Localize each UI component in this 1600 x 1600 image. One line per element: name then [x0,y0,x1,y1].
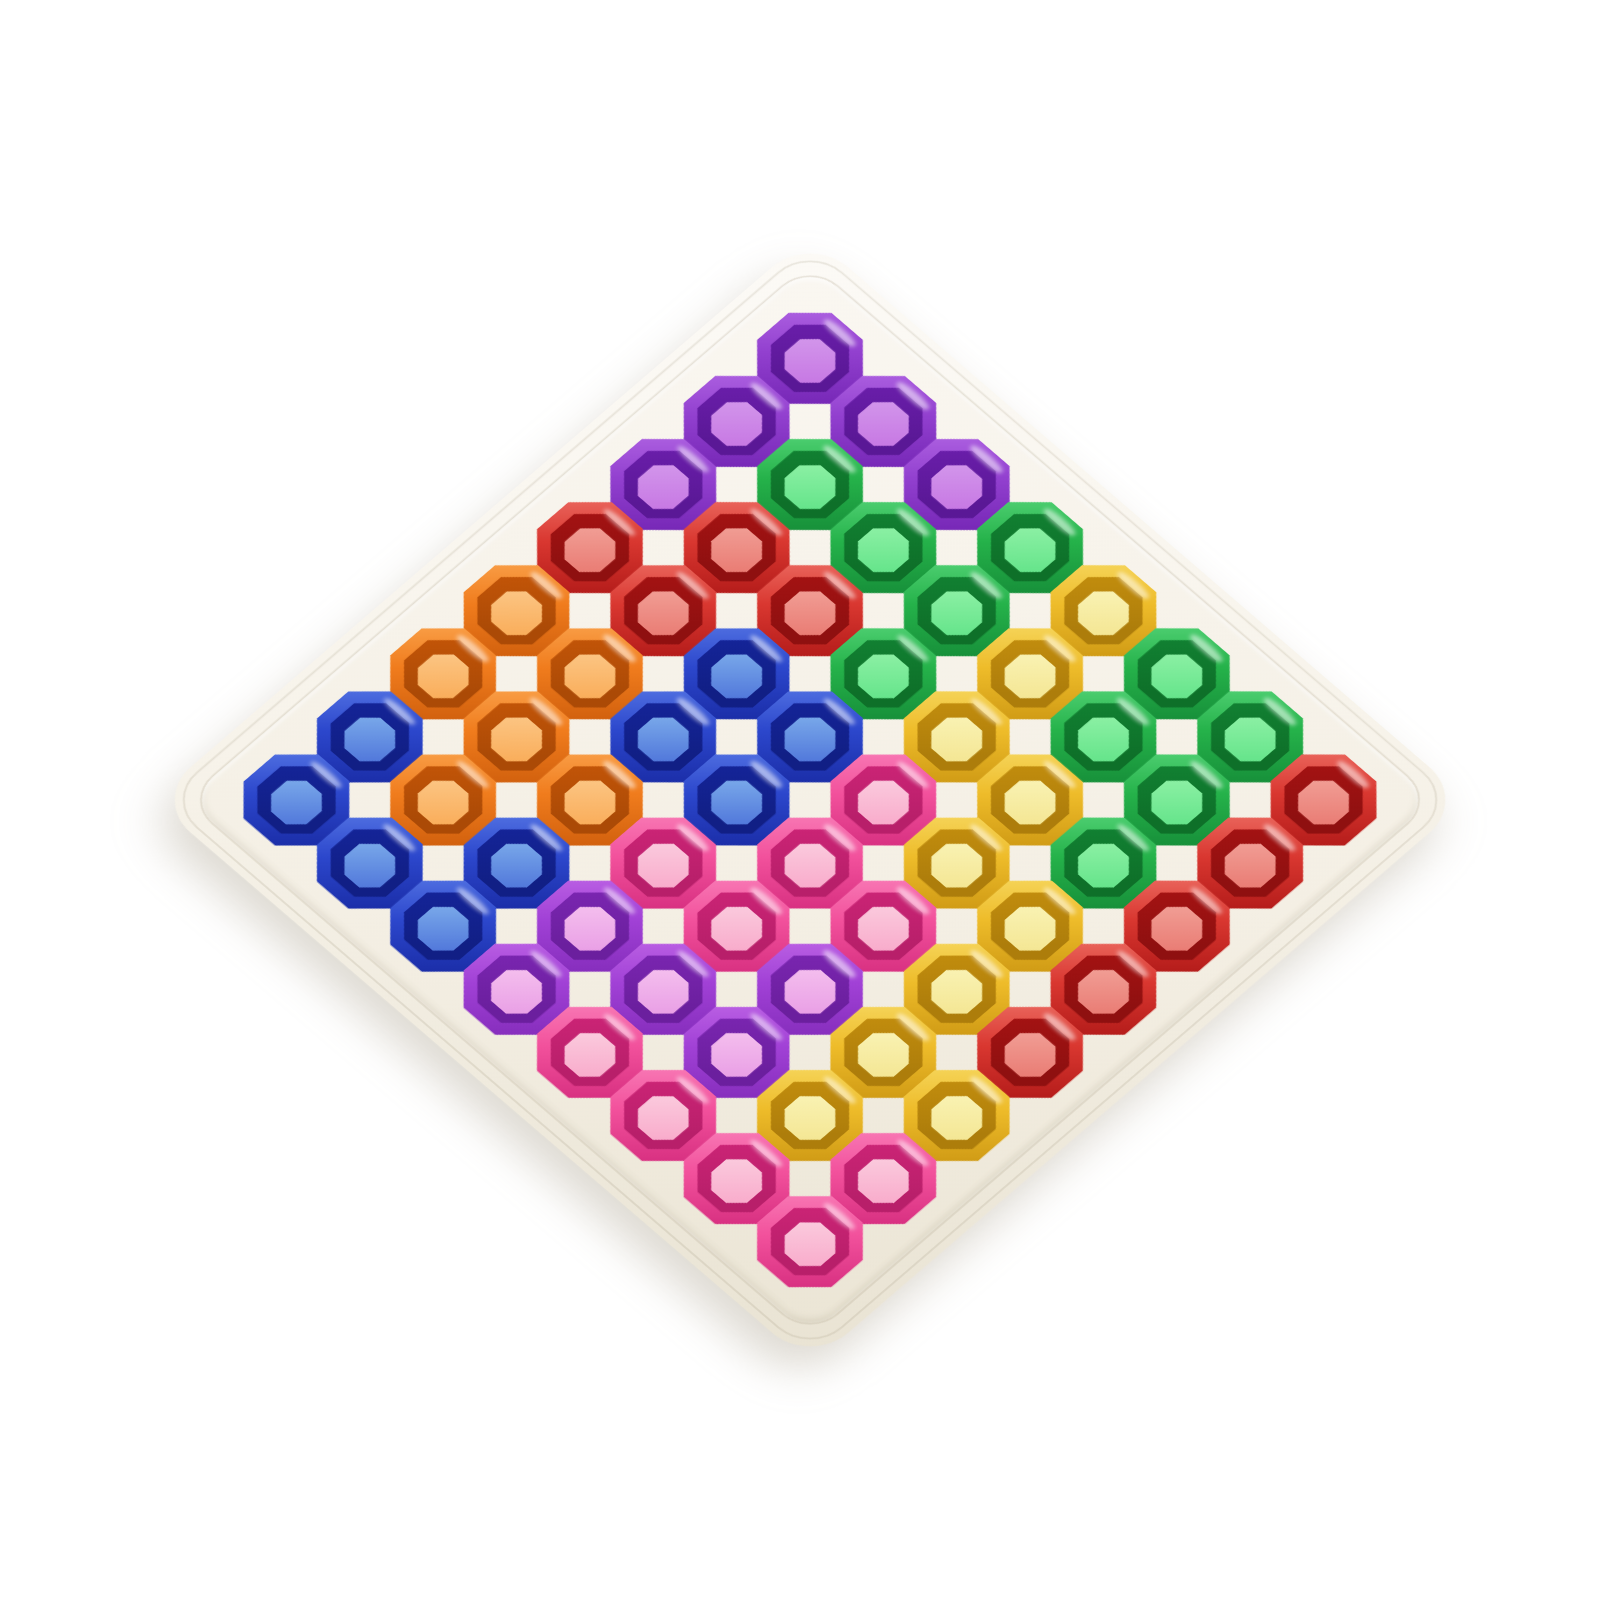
board-grid [223,295,1397,1304]
puzzle-board [152,234,1467,1365]
product-photo [0,0,1600,1600]
